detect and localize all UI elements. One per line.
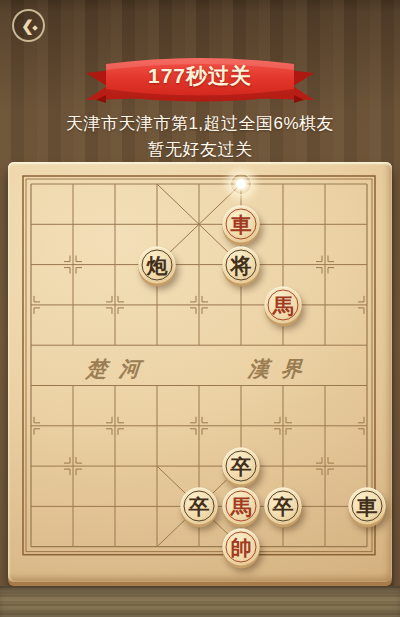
piece-red-馬[interactable]: 馬 [265, 286, 302, 323]
banner-title: 177秒过关 [0, 62, 400, 90]
piece-character: 卒 [223, 448, 260, 485]
friends-text: 暂无好友过关 [0, 138, 400, 161]
piece-black-卒[interactable]: 卒 [223, 448, 260, 485]
piece-character: 炮 [139, 246, 176, 283]
piece-character: 馬 [223, 488, 260, 525]
river-label-han: 漢界 [247, 355, 315, 383]
piece-black-卒[interactable]: 卒 [265, 488, 302, 525]
piece-character: 車 [223, 206, 260, 243]
table-surface [0, 586, 400, 617]
piece-character: 将 [223, 246, 260, 283]
game-screen: ❮ 177秒过关 天津市天津市第1,超过全 [0, 0, 400, 617]
piece-character: 卒 [181, 488, 218, 525]
back-arrow-icon: ❮ [21, 18, 34, 33]
piece-red-帥[interactable]: 帥 [223, 528, 260, 565]
last-move-origin-marker [230, 173, 252, 195]
back-button[interactable]: ❮ [12, 9, 45, 42]
piece-red-車[interactable]: 車 [223, 206, 260, 243]
piece-character: 馬 [265, 286, 302, 323]
piece-black-炮[interactable]: 炮 [139, 246, 176, 283]
xiangqi-board[interactable]: 楚河 漢界 車炮将馬卒卒馬卒車帥 [8, 162, 392, 582]
piece-black-車[interactable]: 車 [349, 488, 386, 525]
river-label-chu: 楚河 [85, 355, 153, 383]
rank-text: 天津市天津市第1,超过全国6%棋友 [0, 112, 400, 135]
piece-character: 車 [349, 488, 386, 525]
piece-character: 帥 [223, 528, 260, 565]
piece-red-馬[interactable]: 馬 [223, 488, 260, 525]
piece-character: 卒 [265, 488, 302, 525]
piece-black-卒[interactable]: 卒 [181, 488, 218, 525]
piece-black-将[interactable]: 将 [223, 246, 260, 283]
